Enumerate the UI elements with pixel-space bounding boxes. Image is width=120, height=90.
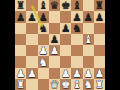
square-e5[interactable] [60,34,71,45]
piece-black-pawn: ♟ [95,12,104,23]
square-g8[interactable] [83,0,94,11]
square-c2[interactable] [38,68,49,79]
square-g7[interactable]: ♟ [83,11,94,22]
piece-white-pawn: ♟ [61,68,70,79]
piece-white-pawn: ♟ [83,68,92,79]
square-g1[interactable]: ♞ [83,79,94,90]
square-d1[interactable]: ♛ [49,79,60,90]
square-f5[interactable] [71,34,82,45]
square-b4[interactable] [26,45,37,56]
square-e7[interactable] [60,11,71,22]
piece-white-king: ♚ [61,79,70,90]
square-c3[interactable]: ♞ [38,56,49,67]
piece-black-knight: ♞ [72,23,81,34]
piece-black-pawn: ♟ [61,23,70,34]
square-c4[interactable]: ♟ [38,45,49,56]
square-c5[interactable] [38,34,49,45]
square-a1[interactable]: ♜ [15,79,26,90]
square-h8[interactable]: ♜ [94,0,105,11]
piece-white-rook: ♜ [16,79,25,90]
letterbox-right [105,0,120,90]
piece-white-bishop: ♝ [72,79,81,90]
piece-white-pawn: ♟ [72,68,81,79]
piece-black-pawn: ♟ [38,12,47,23]
chess-app-stage: ♜♝♛♚♝♜♟♟♟♟♟♟♞♟♞♟♝♟♟♞♟♟♟♟♟♟♜♛♚♝♞♜ [0,0,120,90]
square-e8[interactable]: ♚ [60,0,71,11]
square-f2[interactable]: ♟ [71,68,82,79]
piece-white-pawn: ♟ [38,45,47,56]
square-h7[interactable]: ♟ [94,11,105,22]
piece-black-king: ♚ [61,0,70,11]
letterbox-left [0,0,15,90]
square-e6[interactable]: ♟ [60,23,71,34]
square-b6[interactable] [26,23,37,34]
square-f6[interactable]: ♞ [71,23,82,34]
square-a5[interactable] [15,34,26,45]
square-d8[interactable]: ♛ [49,0,60,11]
piece-white-bishop: ♝ [83,34,92,45]
square-b8[interactable] [26,0,37,11]
piece-white-pawn: ♟ [16,68,25,79]
square-c7[interactable]: ♟ [38,11,49,22]
piece-black-pawn: ♟ [83,12,92,23]
square-h1[interactable]: ♜ [94,79,105,90]
piece-black-pawn: ♟ [27,12,36,23]
piece-black-rook: ♜ [95,0,104,11]
square-h6[interactable] [94,23,105,34]
square-a4[interactable] [15,45,26,56]
square-g4[interactable] [83,45,94,56]
square-g3[interactable] [83,56,94,67]
square-e3[interactable] [60,56,71,67]
square-a7[interactable]: ♟ [15,11,26,22]
piece-black-pawn: ♟ [72,12,81,23]
square-b7[interactable]: ♟ [26,11,37,22]
square-h2[interactable]: ♟ [94,68,105,79]
piece-white-knight: ♞ [38,57,47,68]
square-c8[interactable]: ♝ [38,0,49,11]
piece-white-rook: ♜ [95,79,104,90]
square-a3[interactable] [15,56,26,67]
square-d3[interactable] [49,56,60,67]
piece-black-knight: ♞ [38,23,47,34]
square-f4[interactable] [71,45,82,56]
piece-black-pawn: ♟ [50,34,59,45]
square-e2[interactable]: ♟ [60,68,71,79]
square-e4[interactable] [60,45,71,56]
piece-white-pawn: ♟ [50,45,59,56]
square-e1[interactable]: ♚ [60,79,71,90]
square-f3[interactable] [71,56,82,67]
square-b2[interactable]: ♟ [26,68,37,79]
square-g6[interactable] [83,23,94,34]
square-d4[interactable]: ♟ [49,45,60,56]
square-b3[interactable] [26,56,37,67]
square-f7[interactable]: ♟ [71,11,82,22]
piece-black-queen: ♛ [50,0,59,11]
square-d6[interactable] [49,23,60,34]
square-f1[interactable]: ♝ [71,79,82,90]
square-d7[interactable] [49,11,60,22]
square-f8[interactable]: ♝ [71,0,82,11]
square-a6[interactable] [15,23,26,34]
square-g5[interactable]: ♝ [83,34,94,45]
square-c1[interactable] [38,79,49,90]
chess-board: ♜♝♛♚♝♜♟♟♟♟♟♟♞♟♞♟♝♟♟♞♟♟♟♟♟♟♜♛♚♝♞♜ [15,0,105,90]
piece-white-queen: ♛ [50,79,59,90]
square-d2[interactable] [49,68,60,79]
square-d5[interactable]: ♟ [49,34,60,45]
piece-black-bishop: ♝ [72,0,81,11]
piece-black-bishop: ♝ [38,0,47,11]
square-h5[interactable] [94,34,105,45]
piece-black-rook: ♜ [16,0,25,11]
square-h4[interactable] [94,45,105,56]
square-b5[interactable] [26,34,37,45]
square-a2[interactable]: ♟ [15,68,26,79]
piece-white-pawn: ♟ [27,68,36,79]
piece-black-pawn: ♟ [16,12,25,23]
piece-white-knight: ♞ [83,79,92,90]
piece-white-pawn: ♟ [95,68,104,79]
square-g2[interactable]: ♟ [83,68,94,79]
square-c6[interactable]: ♞ [38,23,49,34]
square-b1[interactable] [26,79,37,90]
board-area: ♜♝♛♚♝♜♟♟♟♟♟♟♞♟♞♟♝♟♟♞♟♟♟♟♟♟♜♛♚♝♞♜ [15,0,105,90]
square-a8[interactable]: ♜ [15,0,26,11]
square-h3[interactable] [94,56,105,67]
